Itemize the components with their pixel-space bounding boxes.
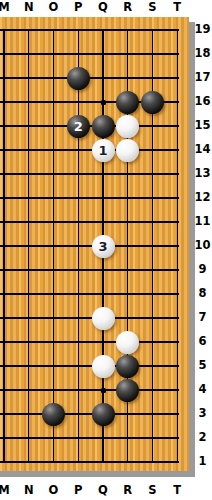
intersection-Q14: 1 (91, 138, 116, 162)
intersection-R6 (115, 330, 140, 354)
stone-black-R5 (116, 355, 139, 378)
intersection-M9 (0, 258, 16, 282)
intersection-T1 (165, 450, 190, 474)
intersection-P3 (66, 402, 91, 426)
stone-white-R15 (116, 115, 139, 138)
intersection-R7 (115, 306, 140, 330)
intersection-T4 (165, 378, 190, 402)
intersection-P4 (66, 378, 91, 402)
intersection-M14 (0, 138, 16, 162)
intersection-R9 (115, 258, 140, 282)
stone-black-P17 (67, 67, 90, 90)
column-label-top-T: T (168, 0, 186, 15)
intersection-Q15 (91, 114, 116, 138)
intersection-Q5 (91, 354, 116, 378)
intersection-S19 (140, 18, 165, 42)
intersection-N3 (16, 402, 41, 426)
intersection-N13 (16, 162, 41, 186)
column-label-top-M: M (0, 0, 13, 15)
star-point-Q16 (101, 100, 106, 105)
intersection-M15 (0, 114, 16, 138)
stone-black-R4 (116, 379, 139, 402)
intersection-M6 (0, 330, 16, 354)
intersection-O9 (41, 258, 66, 282)
intersection-S4 (140, 378, 165, 402)
intersection-R5 (115, 354, 140, 378)
row-label-8: 8 (193, 286, 212, 301)
column-label-top-O: O (45, 0, 63, 15)
intersection-S14 (140, 138, 165, 162)
stone-black-R16 (116, 91, 139, 114)
stone-white-Q14: 1 (92, 139, 115, 162)
intersection-N16 (16, 90, 41, 114)
intersection-N9 (16, 258, 41, 282)
intersection-M12 (0, 186, 16, 210)
intersection-S16 (140, 90, 165, 114)
intersection-Q1 (91, 450, 116, 474)
intersection-O17 (41, 66, 66, 90)
intersection-R8 (115, 282, 140, 306)
column-label-bottom-O: O (45, 483, 63, 498)
intersection-R3 (115, 402, 140, 426)
intersection-O19 (41, 18, 66, 42)
intersection-Q3 (91, 402, 116, 426)
intersection-T13 (165, 162, 190, 186)
intersection-R17 (115, 66, 140, 90)
intersection-T8 (165, 282, 190, 306)
intersection-S3 (140, 402, 165, 426)
intersection-P17 (66, 66, 91, 90)
intersection-S7 (140, 306, 165, 330)
intersection-T10 (165, 234, 190, 258)
row-label-9: 9 (193, 262, 212, 277)
intersection-N14 (16, 138, 41, 162)
intersection-N8 (16, 282, 41, 306)
intersection-Q19 (91, 18, 116, 42)
intersection-N18 (16, 42, 41, 66)
intersection-Q2 (91, 426, 116, 450)
move-number-2: 2 (74, 120, 83, 133)
intersection-M13 (0, 162, 16, 186)
row-label-2: 2 (193, 430, 212, 445)
intersection-Q13 (91, 162, 116, 186)
row-label-19: 19 (193, 22, 212, 37)
intersection-grid: 213 (0, 18, 190, 474)
intersection-N1 (16, 450, 41, 474)
intersection-M7 (0, 306, 16, 330)
intersection-S8 (140, 282, 165, 306)
intersection-M19 (0, 18, 16, 42)
intersection-O1 (41, 450, 66, 474)
intersection-P7 (66, 306, 91, 330)
intersection-O5 (41, 354, 66, 378)
intersection-R2 (115, 426, 140, 450)
intersection-N19 (16, 18, 41, 42)
intersection-T17 (165, 66, 190, 90)
row-label-18: 18 (193, 46, 212, 61)
intersection-S18 (140, 42, 165, 66)
star-point-Q4 (101, 388, 106, 393)
intersection-O14 (41, 138, 66, 162)
intersection-N11 (16, 210, 41, 234)
stone-black-P15: 2 (67, 115, 90, 138)
row-label-17: 17 (193, 70, 212, 85)
intersection-Q6 (91, 330, 116, 354)
intersection-T6 (165, 330, 190, 354)
intersection-O7 (41, 306, 66, 330)
intersection-M17 (0, 66, 16, 90)
stone-white-Q10: 3 (92, 235, 115, 258)
intersection-R15 (115, 114, 140, 138)
intersection-T9 (165, 258, 190, 282)
intersection-P16 (66, 90, 91, 114)
intersection-R19 (115, 18, 140, 42)
intersection-P2 (66, 426, 91, 450)
intersection-R16 (115, 90, 140, 114)
intersection-T19 (165, 18, 190, 42)
intersection-Q18 (91, 42, 116, 66)
intersection-R11 (115, 210, 140, 234)
intersection-T5 (165, 354, 190, 378)
column-label-bottom-N: N (20, 483, 38, 498)
intersection-R12 (115, 186, 140, 210)
intersection-Q17 (91, 66, 116, 90)
intersection-T15 (165, 114, 190, 138)
intersection-M18 (0, 42, 16, 66)
intersection-S2 (140, 426, 165, 450)
intersection-P19 (66, 18, 91, 42)
intersection-N5 (16, 354, 41, 378)
intersection-R13 (115, 162, 140, 186)
intersection-N7 (16, 306, 41, 330)
intersection-M1 (0, 450, 16, 474)
intersection-R10 (115, 234, 140, 258)
stone-white-Q7 (92, 307, 115, 330)
row-label-14: 14 (193, 142, 212, 157)
intersection-M8 (0, 282, 16, 306)
stone-white-R14 (116, 139, 139, 162)
intersection-Q12 (91, 186, 116, 210)
intersection-N12 (16, 186, 41, 210)
row-label-6: 6 (193, 334, 212, 349)
intersection-R4 (115, 378, 140, 402)
column-label-bottom-M: M (0, 483, 13, 498)
intersection-P8 (66, 282, 91, 306)
row-label-11: 11 (193, 214, 212, 229)
intersection-O13 (41, 162, 66, 186)
intersection-P11 (66, 210, 91, 234)
go-board-diagram: 213 MMNNOOPPQQRRSSTT19181716151413121110… (0, 0, 212, 500)
intersection-N4 (16, 378, 41, 402)
intersection-T12 (165, 186, 190, 210)
intersection-N2 (16, 426, 41, 450)
row-label-7: 7 (193, 310, 212, 325)
stone-white-Q5 (92, 355, 115, 378)
stone-black-Q15 (92, 115, 115, 138)
intersection-S1 (140, 450, 165, 474)
intersection-O11 (41, 210, 66, 234)
intersection-P13 (66, 162, 91, 186)
column-label-top-S: S (144, 0, 162, 15)
intersection-Q4 (91, 378, 116, 402)
column-label-bottom-T: T (168, 483, 186, 498)
intersection-P12 (66, 186, 91, 210)
intersection-Q7 (91, 306, 116, 330)
intersection-O18 (41, 42, 66, 66)
intersection-M5 (0, 354, 16, 378)
row-label-5: 5 (193, 358, 212, 373)
intersection-Q11 (91, 210, 116, 234)
intersection-N6 (16, 330, 41, 354)
column-label-bottom-Q: Q (94, 483, 112, 498)
intersection-Q9 (91, 258, 116, 282)
intersection-M11 (0, 210, 16, 234)
intersection-M2 (0, 426, 16, 450)
intersection-T3 (165, 402, 190, 426)
row-label-1: 1 (193, 454, 212, 469)
row-label-16: 16 (193, 94, 212, 109)
intersection-O8 (41, 282, 66, 306)
intersection-M16 (0, 90, 16, 114)
row-label-4: 4 (193, 382, 212, 397)
intersection-M10 (0, 234, 16, 258)
intersection-S10 (140, 234, 165, 258)
intersection-O3 (41, 402, 66, 426)
intersection-T2 (165, 426, 190, 450)
row-label-3: 3 (193, 406, 212, 421)
intersection-N15 (16, 114, 41, 138)
intersection-S12 (140, 186, 165, 210)
column-label-top-N: N (20, 0, 38, 15)
intersection-S13 (140, 162, 165, 186)
column-label-top-R: R (119, 0, 137, 15)
intersection-R1 (115, 450, 140, 474)
stone-white-R6 (116, 331, 139, 354)
row-label-15: 15 (193, 118, 212, 133)
intersection-P9 (66, 258, 91, 282)
intersection-O10 (41, 234, 66, 258)
move-number-1: 1 (98, 144, 107, 157)
intersection-S6 (140, 330, 165, 354)
intersection-R18 (115, 42, 140, 66)
intersection-O4 (41, 378, 66, 402)
intersection-M3 (0, 402, 16, 426)
intersection-O12 (41, 186, 66, 210)
intersection-O6 (41, 330, 66, 354)
intersection-P5 (66, 354, 91, 378)
stone-black-Q3 (92, 403, 115, 426)
intersection-P10 (66, 234, 91, 258)
intersection-R14 (115, 138, 140, 162)
intersection-T11 (165, 210, 190, 234)
intersection-P1 (66, 450, 91, 474)
column-label-top-Q: Q (94, 0, 112, 15)
intersection-N17 (16, 66, 41, 90)
move-number-3: 3 (98, 240, 107, 253)
row-label-10: 10 (193, 238, 212, 253)
intersection-S9 (140, 258, 165, 282)
intersection-S5 (140, 354, 165, 378)
intersection-S11 (140, 210, 165, 234)
column-label-top-P: P (69, 0, 87, 15)
intersection-N10 (16, 234, 41, 258)
intersection-O15 (41, 114, 66, 138)
intersection-P14 (66, 138, 91, 162)
row-label-13: 13 (193, 166, 212, 181)
intersection-Q10: 3 (91, 234, 116, 258)
intersection-S15 (140, 114, 165, 138)
intersection-S17 (140, 66, 165, 90)
stone-black-O3 (42, 403, 65, 426)
row-label-12: 12 (193, 190, 212, 205)
column-label-bottom-R: R (119, 483, 137, 498)
intersection-O2 (41, 426, 66, 450)
column-label-bottom-P: P (69, 483, 87, 498)
intersection-P18 (66, 42, 91, 66)
intersection-T16 (165, 90, 190, 114)
stone-black-S16 (141, 91, 164, 114)
intersection-T18 (165, 42, 190, 66)
intersection-T14 (165, 138, 190, 162)
intersection-P6 (66, 330, 91, 354)
intersection-P15: 2 (66, 114, 91, 138)
intersection-Q16 (91, 90, 116, 114)
column-label-bottom-S: S (144, 483, 162, 498)
intersection-M4 (0, 378, 16, 402)
intersection-T7 (165, 306, 190, 330)
intersection-Q8 (91, 282, 116, 306)
intersection-O16 (41, 90, 66, 114)
